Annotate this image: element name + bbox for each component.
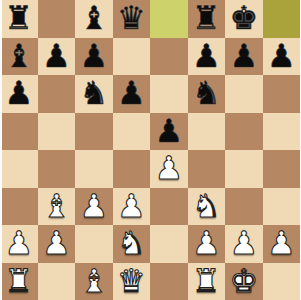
square-f5[interactable] — [188, 113, 226, 151]
white-pawn[interactable]: ♟ — [192, 225, 221, 263]
square-d1[interactable]: ♛ — [113, 263, 151, 300]
square-g5[interactable] — [225, 113, 263, 151]
square-h5[interactable] — [263, 113, 301, 151]
square-g2[interactable]: ♟ — [225, 225, 263, 263]
square-f4[interactable] — [188, 150, 226, 188]
white-bishop[interactable]: ♝ — [79, 263, 108, 300]
black-pawn[interactable]: ♟ — [42, 38, 71, 76]
white-pawn[interactable]: ♟ — [4, 225, 33, 263]
black-pawn[interactable]: ♟ — [229, 38, 258, 76]
square-c7[interactable]: ♟ — [75, 38, 113, 76]
square-c6[interactable]: ♞ — [75, 75, 113, 113]
square-d8[interactable]: ♛ — [113, 0, 151, 38]
square-e5[interactable]: ♟ — [150, 113, 188, 151]
black-rook[interactable]: ♜ — [4, 0, 33, 38]
square-d3[interactable]: ♟ — [113, 188, 151, 226]
square-c8[interactable]: ♝ — [75, 0, 113, 38]
black-pawn[interactable]: ♟ — [267, 38, 296, 76]
black-bishop[interactable]: ♝ — [4, 38, 33, 76]
square-a3[interactable] — [0, 188, 38, 226]
square-c4[interactable] — [75, 150, 113, 188]
white-pawn[interactable]: ♟ — [117, 188, 146, 226]
square-b6[interactable] — [38, 75, 76, 113]
square-h2[interactable]: ♟ — [263, 225, 301, 263]
white-king[interactable]: ♚ — [229, 263, 258, 300]
square-e3[interactable] — [150, 188, 188, 226]
square-b8[interactable] — [38, 0, 76, 38]
chess-board: ♜♝♛♜♚♝♟♟♟♟♟♟♞♟♞♟♟♝♟♟♞♟♟♞♟♟♟♜♝♛♜♚ — [0, 0, 300, 300]
square-h6[interactable] — [263, 75, 301, 113]
square-e4[interactable]: ♟ — [150, 150, 188, 188]
white-pawn[interactable]: ♟ — [267, 225, 296, 263]
board-left-edge — [0, 0, 2, 300]
square-e8-lastmove-highlight[interactable] — [150, 0, 188, 38]
square-a8[interactable]: ♜ — [0, 0, 38, 38]
black-pawn[interactable]: ♟ — [4, 75, 33, 113]
black-king[interactable]: ♚ — [229, 0, 258, 38]
white-knight[interactable]: ♞ — [117, 225, 146, 263]
black-pawn[interactable]: ♟ — [154, 113, 183, 151]
square-b1[interactable] — [38, 263, 76, 300]
square-g4[interactable] — [225, 150, 263, 188]
square-e6[interactable] — [150, 75, 188, 113]
square-a5[interactable] — [0, 113, 38, 151]
square-e1[interactable] — [150, 263, 188, 300]
square-b2[interactable]: ♟ — [38, 225, 76, 263]
square-f6[interactable]: ♞ — [188, 75, 226, 113]
square-a4[interactable] — [0, 150, 38, 188]
square-h7[interactable]: ♟ — [263, 38, 301, 76]
white-queen[interactable]: ♛ — [117, 263, 146, 300]
square-g3[interactable] — [225, 188, 263, 226]
square-d5[interactable] — [113, 113, 151, 151]
square-g8[interactable]: ♚ — [225, 0, 263, 38]
square-f1[interactable]: ♜ — [188, 263, 226, 300]
black-bishop[interactable]: ♝ — [79, 0, 108, 38]
square-a2[interactable]: ♟ — [0, 225, 38, 263]
white-pawn[interactable]: ♟ — [79, 188, 108, 226]
black-pawn[interactable]: ♟ — [117, 75, 146, 113]
square-c5[interactable] — [75, 113, 113, 151]
chess-board-container: ♜♝♛♜♚♝♟♟♟♟♟♟♞♟♞♟♟♝♟♟♞♟♟♞♟♟♟♜♝♛♜♚ — [0, 0, 300, 300]
square-g6[interactable] — [225, 75, 263, 113]
square-a6[interactable]: ♟ — [0, 75, 38, 113]
square-g1[interactable]: ♚ — [225, 263, 263, 300]
square-a7[interactable]: ♝ — [0, 38, 38, 76]
square-c3[interactable]: ♟ — [75, 188, 113, 226]
square-d2[interactable]: ♞ — [113, 225, 151, 263]
square-b5[interactable] — [38, 113, 76, 151]
square-f3[interactable]: ♞ — [188, 188, 226, 226]
square-f8[interactable]: ♜ — [188, 0, 226, 38]
square-f7[interactable]: ♟ — [188, 38, 226, 76]
square-b4[interactable] — [38, 150, 76, 188]
square-h3[interactable] — [263, 188, 301, 226]
white-knight[interactable]: ♞ — [192, 188, 221, 226]
white-pawn[interactable]: ♟ — [42, 225, 71, 263]
square-h4[interactable] — [263, 150, 301, 188]
square-a1[interactable]: ♜ — [0, 263, 38, 300]
square-b7[interactable]: ♟ — [38, 38, 76, 76]
white-pawn[interactable]: ♟ — [229, 225, 258, 263]
square-c1[interactable]: ♝ — [75, 263, 113, 300]
black-pawn[interactable]: ♟ — [79, 38, 108, 76]
black-pawn[interactable]: ♟ — [192, 38, 221, 76]
square-g7[interactable]: ♟ — [225, 38, 263, 76]
square-b3[interactable]: ♝ — [38, 188, 76, 226]
square-c2[interactable] — [75, 225, 113, 263]
square-f2[interactable]: ♟ — [188, 225, 226, 263]
white-bishop[interactable]: ♝ — [42, 188, 71, 226]
square-d4[interactable] — [113, 150, 151, 188]
black-knight[interactable]: ♞ — [192, 75, 221, 113]
square-d6[interactable]: ♟ — [113, 75, 151, 113]
square-h1[interactable] — [263, 263, 301, 300]
square-d7[interactable] — [113, 38, 151, 76]
black-queen[interactable]: ♛ — [117, 0, 146, 38]
white-pawn[interactable]: ♟ — [154, 150, 183, 188]
white-rook[interactable]: ♜ — [4, 263, 33, 300]
white-rook[interactable]: ♜ — [192, 263, 221, 300]
black-rook[interactable]: ♜ — [192, 0, 221, 38]
square-e2[interactable] — [150, 225, 188, 263]
black-knight[interactable]: ♞ — [79, 75, 108, 113]
square-h8-lastmove-highlight[interactable] — [263, 0, 301, 38]
square-e7[interactable] — [150, 38, 188, 76]
